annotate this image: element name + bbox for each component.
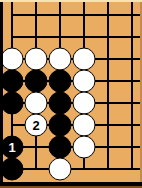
grid-row-line [11, 168, 140, 170]
white-stone [73, 48, 96, 71]
grid-row-line [11, 36, 140, 38]
grid-column-line [131, 2, 133, 170]
white-stone [73, 70, 96, 93]
white-stone [25, 48, 48, 71]
go-board-diagram: 21 [0, 0, 142, 188]
black-stone [1, 158, 24, 181]
board-left-edge-line [0, 0, 3, 188]
grid-column-line [107, 2, 109, 170]
black-stone [1, 92, 24, 115]
image-right-border [140, 0, 142, 182]
white-stone [1, 48, 24, 71]
white-stone [25, 92, 48, 115]
white-stone [73, 136, 96, 159]
white-stone [49, 48, 72, 71]
black-stone [49, 114, 72, 137]
image-top-border [0, 0, 142, 2]
white-stone [49, 158, 72, 181]
move-number-label: 1 [8, 141, 15, 154]
black-stone [1, 70, 24, 93]
black-stone: 1 [1, 136, 24, 159]
white-stone [73, 92, 96, 115]
white-stone [73, 114, 96, 137]
black-stone [49, 136, 72, 159]
white-stone: 2 [25, 114, 48, 137]
black-stone [49, 70, 72, 93]
black-stone [49, 92, 72, 115]
move-number-label: 2 [32, 119, 39, 132]
image-bottom-border [0, 186, 142, 188]
grid-row-line [11, 14, 140, 16]
black-stone [25, 70, 48, 93]
